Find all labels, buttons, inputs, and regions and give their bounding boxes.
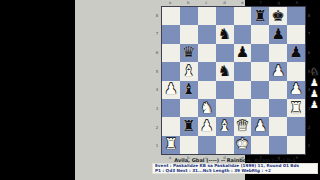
square-f5[interactable] bbox=[251, 62, 269, 80]
piece-black-bishop[interactable]: ♝ bbox=[182, 82, 195, 97]
square-b5[interactable]: ♝ bbox=[180, 62, 198, 80]
piece-white-knight[interactable]: ♞ bbox=[200, 100, 213, 115]
piece-white-pawn[interactable]: ♟ bbox=[271, 63, 284, 78]
square-g7[interactable]: ♟ bbox=[269, 25, 287, 43]
square-b3[interactable] bbox=[180, 99, 198, 117]
square-b4[interactable]: ♝ bbox=[180, 81, 198, 99]
captured-white-pawn: ♟ bbox=[310, 77, 319, 88]
square-h1[interactable] bbox=[287, 136, 305, 154]
square-c8[interactable] bbox=[198, 7, 216, 25]
piece-white-rook[interactable]: ♜ bbox=[289, 100, 302, 115]
chess-board: ♜♚♞♟♛♟♟♝♞♟♟♝♟♞♜♜♟♝♛♟♜♚ bbox=[161, 6, 306, 155]
game-info-box: Event : Paskalidze KB sa Paskalidze (199… bbox=[152, 163, 318, 174]
captured-white-pawn: ♟ bbox=[310, 88, 319, 99]
rank-label-2: 2 bbox=[306, 118, 312, 137]
square-e2[interactable]: ♛ bbox=[234, 117, 252, 135]
square-c1[interactable] bbox=[198, 136, 216, 154]
captured-pieces-tray: ♞♟♟♟ bbox=[309, 66, 320, 110]
square-e3[interactable] bbox=[234, 99, 252, 117]
square-a6[interactable] bbox=[162, 44, 180, 62]
square-f6[interactable] bbox=[251, 44, 269, 62]
piece-black-knight[interactable]: ♞ bbox=[218, 27, 231, 42]
rank-label-1: 1 bbox=[154, 136, 160, 155]
square-a4[interactable]: ♟ bbox=[162, 81, 180, 99]
piece-black-knight[interactable]: ♞ bbox=[218, 63, 231, 78]
captured-black-knight: ♞ bbox=[310, 66, 319, 77]
piece-white-rook[interactable]: ♜ bbox=[164, 137, 177, 152]
square-d5[interactable]: ♞ bbox=[216, 62, 234, 80]
square-a8[interactable] bbox=[162, 7, 180, 25]
square-h6[interactable]: ♟ bbox=[287, 44, 305, 62]
square-a1[interactable]: ♜ bbox=[162, 136, 180, 154]
square-d4[interactable] bbox=[216, 81, 234, 99]
square-c5[interactable] bbox=[198, 62, 216, 80]
square-h2[interactable] bbox=[287, 117, 305, 135]
square-a7[interactable] bbox=[162, 25, 180, 43]
square-h4[interactable]: ♟ bbox=[287, 81, 305, 99]
square-f8[interactable]: ♜ bbox=[251, 7, 269, 25]
rank-label-3: 3 bbox=[154, 99, 160, 118]
square-d2[interactable]: ♝ bbox=[216, 117, 234, 135]
square-b6[interactable]: ♛ bbox=[180, 44, 198, 62]
square-h3[interactable]: ♜ bbox=[287, 99, 305, 117]
square-d8[interactable] bbox=[216, 7, 234, 25]
square-g5[interactable]: ♟ bbox=[269, 62, 287, 80]
piece-black-pawn[interactable]: ♟ bbox=[289, 45, 302, 60]
piece-white-queen[interactable]: ♛ bbox=[236, 118, 249, 133]
piece-white-pawn[interactable]: ♟ bbox=[254, 118, 267, 133]
square-f3[interactable] bbox=[251, 99, 269, 117]
square-c4[interactable] bbox=[198, 81, 216, 99]
square-h7[interactable] bbox=[287, 25, 305, 43]
rank-label-1: 1 bbox=[306, 136, 312, 155]
square-f7[interactable] bbox=[251, 25, 269, 43]
square-a3[interactable] bbox=[162, 99, 180, 117]
square-g1[interactable] bbox=[269, 136, 287, 154]
square-e8[interactable] bbox=[234, 7, 252, 25]
video-frame: { "game": "chess", "position": { "fen": … bbox=[0, 0, 320, 180]
square-h5[interactable] bbox=[287, 62, 305, 80]
piece-white-pawn[interactable]: ♟ bbox=[200, 118, 213, 133]
square-b7[interactable] bbox=[180, 25, 198, 43]
rank-label-7: 7 bbox=[306, 25, 312, 44]
piece-white-pawn[interactable]: ♟ bbox=[289, 82, 302, 97]
rank-labels-left: 87654321 bbox=[154, 6, 160, 155]
rank-label-8: 8 bbox=[154, 6, 160, 25]
rank-label-6: 6 bbox=[306, 43, 312, 62]
captured-white-pawn: ♟ bbox=[310, 99, 319, 110]
piece-white-pawn[interactable]: ♟ bbox=[164, 82, 177, 97]
square-b1[interactable] bbox=[180, 136, 198, 154]
piece-black-rook[interactable]: ♜ bbox=[182, 118, 195, 133]
square-g3[interactable] bbox=[269, 99, 287, 117]
square-b8[interactable] bbox=[180, 7, 198, 25]
square-e5[interactable] bbox=[234, 62, 252, 80]
square-d7[interactable]: ♞ bbox=[216, 25, 234, 43]
square-c6[interactable] bbox=[198, 44, 216, 62]
rank-label-8: 8 bbox=[306, 6, 312, 25]
rank-label-5: 5 bbox=[154, 62, 160, 81]
piece-black-pawn[interactable]: ♟ bbox=[271, 27, 284, 42]
rank-label-7: 7 bbox=[154, 25, 160, 44]
square-e1[interactable]: ♚ bbox=[234, 136, 252, 154]
detail-line: P1 : Qd3 Next : 31...Nc5 Length : 39 Web… bbox=[155, 169, 315, 174]
square-e7[interactable] bbox=[234, 25, 252, 43]
square-g2[interactable] bbox=[269, 117, 287, 135]
square-g8[interactable]: ♚ bbox=[269, 7, 287, 25]
piece-black-queen[interactable]: ♛ bbox=[182, 45, 195, 60]
content-panel: abcdefgh 87654321 ♜♚♞♟♛♟♟♝♞♟♟♝♟♞♜♜♟♝♛♟♜♚… bbox=[75, 0, 245, 180]
piece-white-bishop[interactable]: ♝ bbox=[182, 63, 195, 78]
rank-label-4: 4 bbox=[154, 81, 160, 100]
square-d6[interactable] bbox=[216, 44, 234, 62]
square-e6[interactable]: ♟ bbox=[234, 44, 252, 62]
square-g4[interactable] bbox=[269, 81, 287, 99]
piece-black-rook[interactable]: ♜ bbox=[254, 8, 267, 23]
square-f2[interactable]: ♟ bbox=[251, 117, 269, 135]
square-c7[interactable] bbox=[198, 25, 216, 43]
square-f1[interactable] bbox=[251, 136, 269, 154]
rank-label-6: 6 bbox=[154, 43, 160, 62]
square-h8[interactable] bbox=[287, 7, 305, 25]
square-b2[interactable]: ♜ bbox=[180, 117, 198, 135]
square-d3[interactable] bbox=[216, 99, 234, 117]
square-c2[interactable]: ♟ bbox=[198, 117, 216, 135]
square-a5[interactable] bbox=[162, 62, 180, 80]
square-d1[interactable] bbox=[216, 136, 234, 154]
piece-black-king[interactable]: ♚ bbox=[271, 8, 284, 23]
square-a2[interactable] bbox=[162, 117, 180, 135]
piece-white-bishop[interactable]: ♝ bbox=[218, 118, 231, 133]
piece-black-pawn[interactable]: ♟ bbox=[236, 45, 249, 60]
square-e4[interactable] bbox=[234, 81, 252, 99]
piece-white-king[interactable]: ♚ bbox=[236, 137, 249, 152]
square-f4[interactable] bbox=[251, 81, 269, 99]
square-g6[interactable] bbox=[269, 44, 287, 62]
square-c3[interactable]: ♞ bbox=[198, 99, 216, 117]
rank-label-2: 2 bbox=[154, 118, 160, 137]
